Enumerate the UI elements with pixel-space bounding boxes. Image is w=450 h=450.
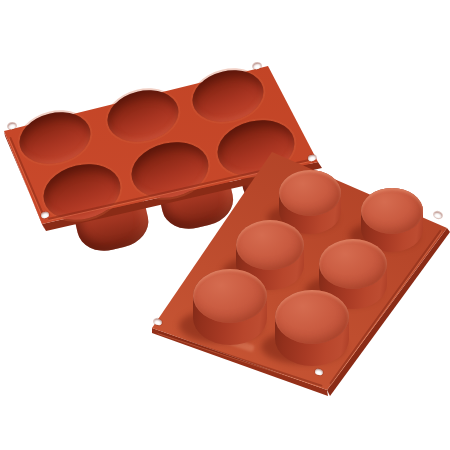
cylinder-top xyxy=(319,239,387,289)
product-photo xyxy=(0,0,450,450)
cylinder-top xyxy=(361,188,423,234)
cylinder-top xyxy=(236,220,304,270)
cylinder-top xyxy=(275,290,349,344)
front-mold-corner-hole xyxy=(433,211,443,219)
cylinder-top xyxy=(193,269,267,323)
cylinder-top xyxy=(279,170,341,216)
